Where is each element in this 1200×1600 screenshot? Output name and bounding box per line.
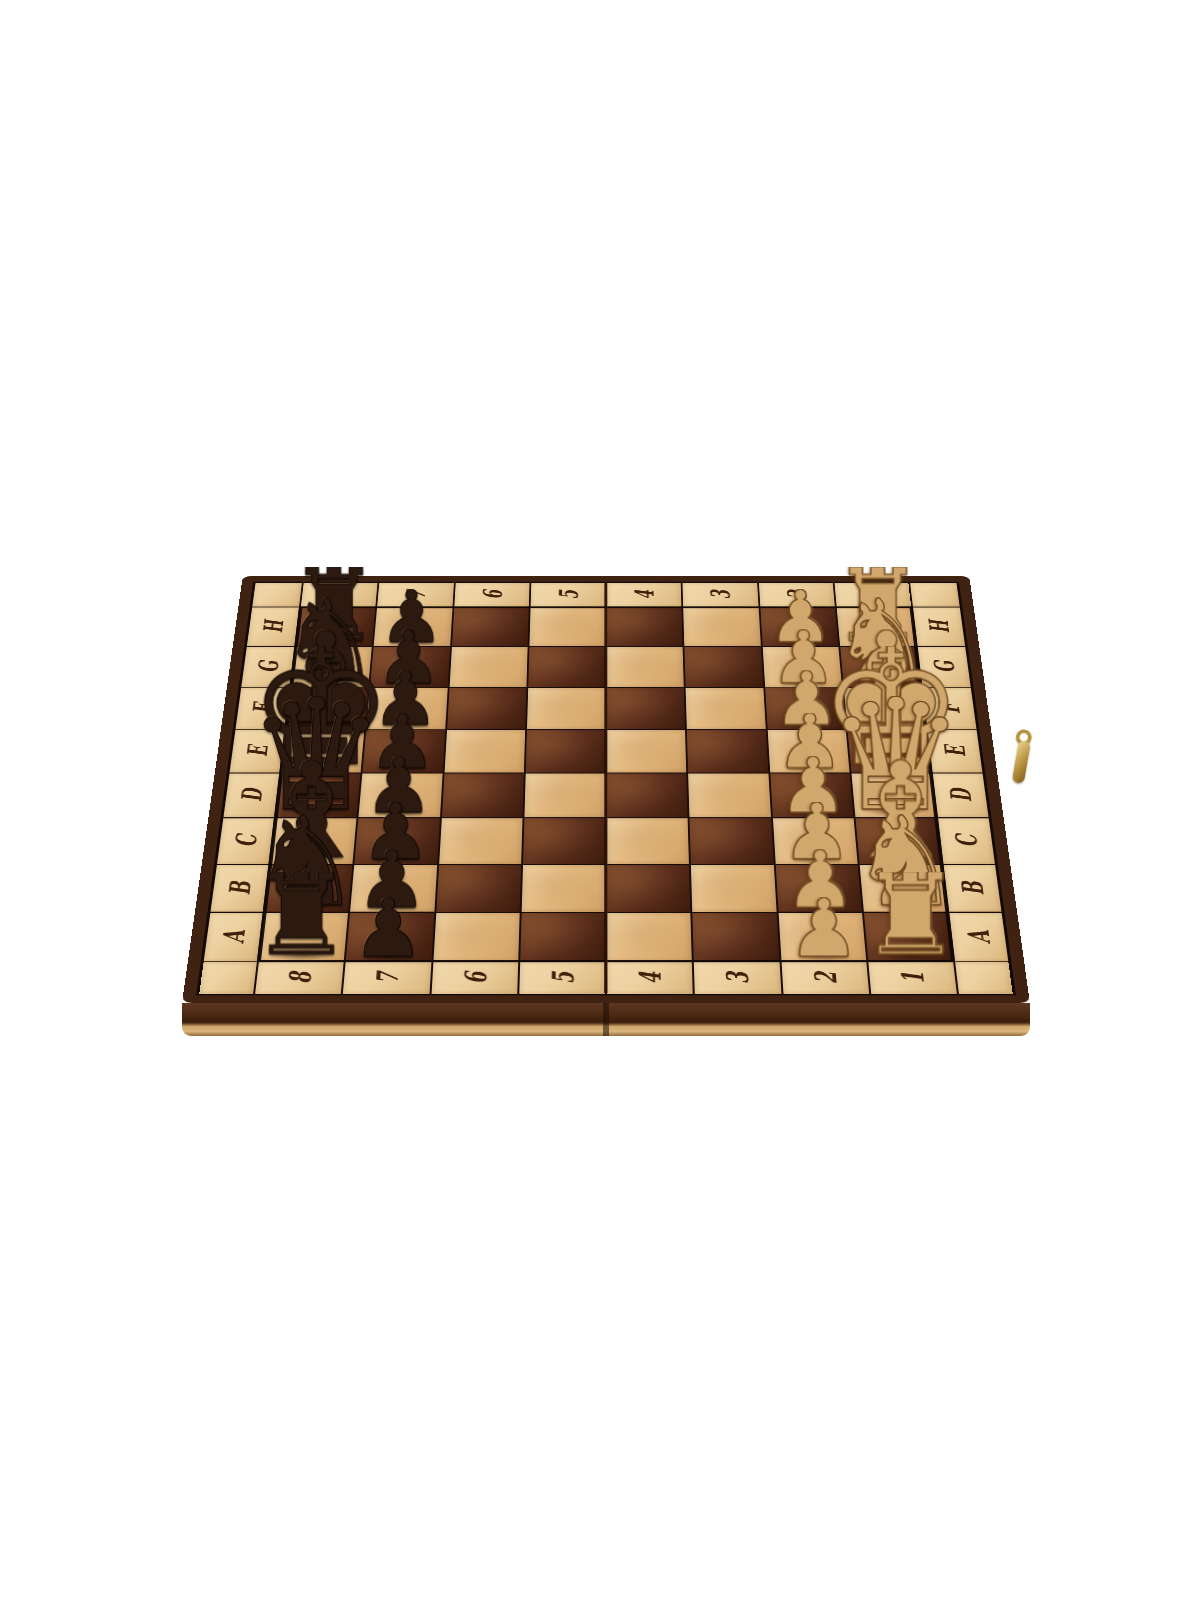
apron-fold-seam [603,1003,609,1036]
rank-label-bottom-3: 3 [694,962,781,993]
square-c5 [523,818,605,863]
square-f6 [447,688,527,729]
piece-white-pawn-a2: ♟ [787,897,859,960]
square-a7: ♟ [346,913,434,961]
square-a6 [433,913,519,961]
rank-label-bottom-6: 6 [431,962,518,993]
square-f5 [527,688,605,729]
product-photo: 87654321H♜♟♟♜HG♞♟♟♞GF♝♟♟♝FE♚♟♟♚ED♛♟♟♛DC♝… [182,155,1030,1003]
chessboard-3d: 87654321H♜♟♟♜HG♞♟♟♞GF♝♟♟♝FE♚♟♟♚ED♛♟♟♛DC♝… [182,576,1030,1003]
square-e5 [526,730,606,772]
brass-clasp-icon [1003,727,1044,791]
label-text: 8 [270,953,329,1003]
chessboard: 87654321H♜♟♟♜HG♞♟♟♞GF♝♟♟♝FE♚♟♟♚ED♛♟♟♛DC♝… [182,576,1030,1003]
square-h6 [452,607,529,646]
square-e4 [607,730,687,772]
square-a8: ♜ [259,913,348,961]
square-c3 [690,818,774,863]
square-e3 [687,730,768,772]
label-text: 7 [358,953,415,1003]
square-b6 [436,865,521,912]
square-d3 [688,774,770,818]
rank-label-top-3: 3 [683,583,758,607]
rank-label-bottom-4: 4 [607,962,693,993]
square-a5 [520,913,605,961]
square-a2: ♟ [778,913,866,961]
label-text: 1 [883,953,942,1003]
square-g4 [607,647,684,687]
square-f3 [686,688,766,729]
board-front-edge [182,1003,1030,1036]
rank-label-bottom-7: 7 [343,962,431,993]
square-d5 [524,774,605,818]
rank-label-bottom-8: 8 [255,962,344,993]
square-a1: ♜ [864,913,953,961]
square-a4 [607,913,692,961]
square-f4 [607,688,685,729]
square-a3 [693,913,779,961]
rank-label-top-4: 4 [607,583,682,607]
label-text: 6 [447,953,503,1003]
frame-corner [199,962,257,993]
label-text: 3 [710,953,766,1003]
rank-label-bottom-5: 5 [519,962,605,993]
rank-label-top-5: 5 [530,583,605,607]
square-h5 [529,607,605,646]
square-h4 [607,607,683,646]
square-b3 [691,865,776,912]
square-g3 [685,647,763,687]
piece-black-rook-a8: ♜ [251,872,353,960]
square-e6 [444,730,525,772]
rank-label-bottom-2: 2 [781,962,869,993]
label-text: 4 [623,953,677,1003]
piece-white-rook-a1: ♜ [860,872,962,960]
label-text: 5 [535,953,589,1003]
square-h3 [683,607,760,646]
square-b5 [521,865,605,912]
square-d6 [441,774,523,818]
piece-black-pawn-a7: ♟ [352,897,424,960]
square-g5 [528,647,605,687]
clasp-bar-icon [1012,740,1031,784]
frame-corner [955,962,1013,993]
square-c6 [439,818,523,863]
square-g6 [449,647,527,687]
square-d4 [607,774,688,818]
rank-label-top-6: 6 [454,583,529,607]
square-c4 [607,818,689,863]
board-grid: 87654321H♜♟♟♜HG♞♟♟♞GF♝♟♟♝FE♚♟♟♚ED♛♟♟♛DC♝… [196,582,1016,996]
square-b4 [607,865,691,912]
rank-label-bottom-1: 1 [868,962,957,993]
label-text: 2 [796,953,853,1003]
